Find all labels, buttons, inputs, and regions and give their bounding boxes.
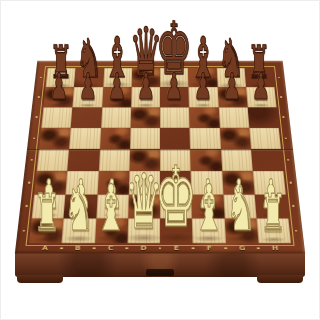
black-pawn-glyph: ♟ [79,69,97,106]
piece-black-pawn-g7[interactable]: ♟ [221,80,244,106]
white-knight-glyph: ♞ [64,179,95,240]
piece-black-pawn-b7[interactable]: ♟ [76,80,99,106]
white-bishop-glyph: ♝ [192,176,224,240]
piece-black-pawn-f7[interactable]: ♟ [192,80,215,106]
black-pawn-glyph: ♟ [194,69,212,106]
black-pawn-glyph: ♟ [107,69,125,106]
piece-black-pawn-a7[interactable]: ♟ [47,80,70,106]
piece-white-rook-h1[interactable]: ♜ [257,204,290,240]
piece-layer: ♜♞♝♛♚♝♞♜♟♟♟♟♟♟♟♟♟♟♟♟♟♟♟♟♜♞♝♛♚♝♞♜ [0,0,320,320]
piece-black-pawn-e7[interactable]: ♟ [163,80,186,106]
black-pawn-glyph: ♟ [252,69,270,106]
white-knight-glyph: ♞ [226,179,257,240]
black-pawn-glyph: ♟ [165,69,183,106]
white-rook-glyph: ♜ [33,189,59,241]
chess-set-photo: ABCDEFGH ♜♞♝♛♚♝♞♜♟♟♟♟♟♟♟♟♟♟♟♟♟♟♟♟♜♞♝♛♚♝♞… [0,0,320,320]
black-pawn-glyph: ♟ [136,69,154,106]
piece-black-pawn-d7[interactable]: ♟ [134,80,157,106]
black-pawn-glyph: ♟ [223,69,241,106]
piece-white-rook-a1[interactable]: ♜ [30,204,63,240]
piece-black-pawn-h7[interactable]: ♟ [250,80,273,106]
white-rook-glyph: ♜ [260,189,286,241]
piece-black-pawn-c7[interactable]: ♟ [105,80,128,106]
black-pawn-glyph: ♟ [50,69,68,106]
piece-white-knight-g1[interactable]: ♞ [222,197,260,240]
